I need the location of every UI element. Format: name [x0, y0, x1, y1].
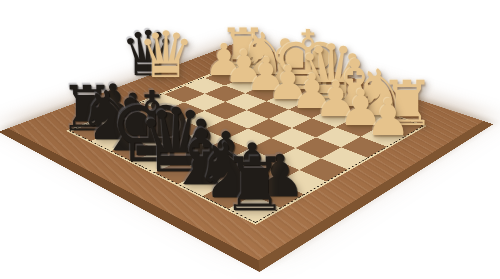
- piece-a2-white-pawn: ♟: [365, 92, 411, 143]
- chess-set-photo: ♜♞♟♛♛♝♟♚♟♛♟♝♟♞♟♟♜♟♟♜♟♞♟♟♝♟♚♟♛♟♝♟♞♜: [0, 0, 500, 279]
- piece-a8-black-rook: ♜: [222, 147, 288, 221]
